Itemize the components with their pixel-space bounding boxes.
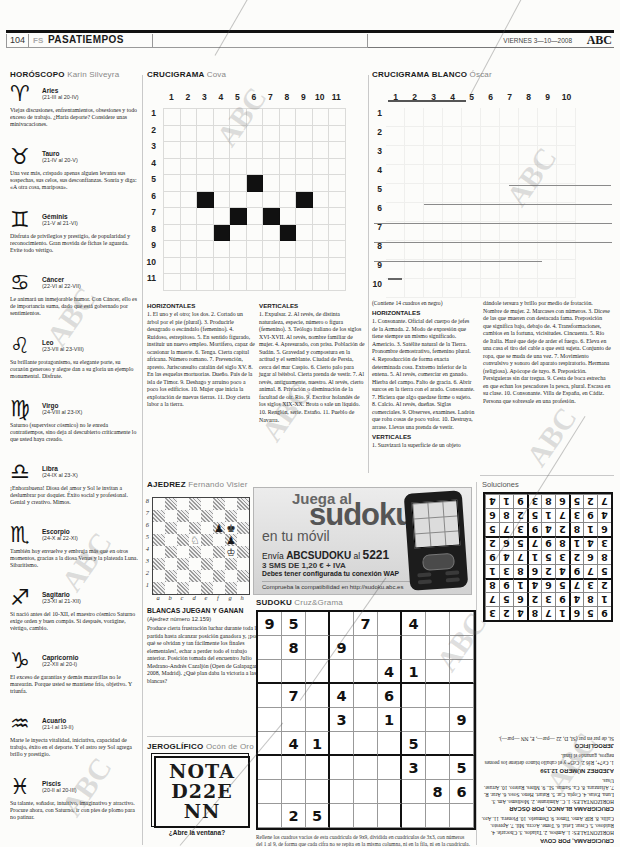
blanco-cell: [386, 203, 405, 222]
chess-file-labels: abcdefgh: [152, 594, 248, 601]
crossword-cell: [263, 258, 280, 275]
sudoku-cell: [354, 708, 378, 732]
sudoku-solution-cell-digit: 5: [499, 592, 513, 606]
verticales-label: VERTICALES: [259, 302, 365, 310]
chess-square: [237, 546, 249, 558]
cancer-icon: ♋: [10, 270, 42, 296]
blanco-cell: [538, 241, 557, 260]
blanco-cell: [443, 279, 462, 298]
sudoku-cell: [330, 732, 354, 756]
blanco-clues-right: dándole tersura y brillo por medio de fr…: [483, 300, 611, 405]
crossword-row-label: 6: [144, 191, 156, 208]
blanco-row-label: 2: [370, 127, 382, 146]
libra-icon: ♎: [10, 459, 42, 485]
crucigrama-blanco-title: CRUCIGRAMA BLANCO Óscar: [372, 70, 492, 79]
sudoku-cell: [354, 756, 378, 780]
blanco-cell: [500, 260, 519, 279]
sudoku-solution-cell-digit: 6: [541, 578, 555, 592]
sudoku-cell: [378, 636, 402, 660]
chess-caption: BLANCAS JUEGAN Y GANAN: [147, 607, 259, 614]
sudoku-cell: [258, 708, 282, 732]
blanco-cell: [557, 165, 576, 184]
sudoku-solution-cell-digit: 1: [499, 494, 513, 508]
blanco-row-label: 8: [370, 241, 382, 260]
sudoku-solution-cell-digit: 6: [513, 592, 527, 606]
capricornio-icon: ♑: [10, 648, 42, 674]
sudoku-cell: [306, 780, 330, 804]
crossword-cell: [164, 142, 181, 159]
sudoku-cell: [306, 756, 330, 780]
sudoku-solution-cell-digit: 8: [527, 606, 541, 620]
solution-heading: JEROGLÍFICO: [480, 742, 614, 750]
blanco-cell: [424, 241, 443, 260]
horoscope-entry-piscis: ♓Piscis(20-II al 20-III)Su talante, soña…: [10, 774, 140, 836]
crossword-cell: [181, 175, 198, 192]
sudoku-solution-cell-digit: 8: [597, 550, 611, 564]
sudoku-cell: [450, 636, 474, 660]
crossword-row-label: 10: [144, 257, 156, 274]
crossword-cell: [181, 192, 198, 209]
crossword-cell-black: [197, 192, 214, 209]
sudoku-solution-cell-digit: 9: [527, 522, 541, 536]
solution-entry: CRUCIGRAMA, POR COVA HORIZONTALES: 1. Am…: [480, 815, 614, 844]
crossword-cell: [247, 142, 264, 159]
page-title: PASATIEMPOS: [48, 34, 124, 45]
crossword-cell: [214, 109, 231, 126]
blanco-cell: [519, 222, 538, 241]
chess-square: [177, 534, 189, 546]
sudoku-cell: [426, 684, 450, 708]
divider: [368, 75, 369, 473]
sudoku-cell-digit: 8: [282, 636, 306, 660]
sudoku-solution-cell-digit: 4: [499, 550, 513, 564]
sudoku-cell-digit: 6: [378, 684, 402, 708]
sudoku-cell-digit: 2: [282, 804, 306, 828]
crossword-cell: [214, 241, 231, 258]
acuario-icon: ♒: [10, 711, 42, 737]
sudoku-cell-digit: 5: [402, 732, 426, 756]
crossword-cell: [296, 258, 313, 275]
crossword-col-labels: 1234567891011: [163, 92, 345, 102]
chess-square: ♘: [189, 534, 201, 546]
scan-stroke: [374, 261, 542, 262]
sudoku-cell: [378, 756, 402, 780]
blanco-cell: [386, 127, 405, 146]
sudoku-solution-cell-digit: 2: [485, 536, 499, 550]
crossword-row-label: 2: [144, 125, 156, 142]
crossword-cell: [280, 159, 297, 176]
sudoku-cell: [450, 732, 474, 756]
crossword-cell: [329, 258, 346, 275]
crossword-grid: [163, 108, 346, 291]
blanco-cell: [424, 165, 443, 184]
chess-square: [237, 522, 249, 534]
blanco-cell: [386, 165, 405, 184]
blanco-cell: [405, 146, 424, 165]
crossword-cell: [214, 274, 231, 291]
chess-square: [213, 558, 225, 570]
divider: [476, 482, 477, 845]
crossword-cell: [181, 126, 198, 143]
crossword-cell: [214, 192, 231, 209]
sudoku-cell: [426, 612, 450, 636]
crossword-cell: [247, 241, 264, 258]
sudoku-solution-cell-digit: 7: [597, 494, 611, 508]
blanco-cell: [557, 241, 576, 260]
sudoku-cell-digit: 4: [282, 732, 306, 756]
sudoku-solution-cell-digit: 3: [597, 536, 611, 550]
jeroglifico-rebus: NOTAD22ENN: [154, 756, 250, 828]
blanco-cell: [538, 279, 557, 298]
crossword-cell: [296, 208, 313, 225]
crossword-cell: [313, 258, 330, 275]
crossword-cell: [329, 208, 346, 225]
blanco-row-label: 7: [370, 222, 382, 241]
sudoku-solution-cell-digit: 5: [513, 536, 527, 550]
crossword-cell: [247, 192, 264, 209]
sudoku-cell: [450, 660, 474, 684]
solution-heading: AJEDREZ NÚMERO 12.159: [480, 766, 614, 774]
phone-screen-sudoku: [411, 499, 460, 548]
blanco-cell: [462, 203, 481, 222]
solution-heading: CRUCIGRAMA, POR COVA: [480, 836, 614, 844]
blanco-cell: [481, 260, 500, 279]
sudoku-solution-cell-digit: 9: [583, 508, 597, 522]
sudoku-solution-cell-digit: 8: [569, 522, 583, 536]
crossword-cell: [230, 258, 247, 275]
chess-square: [201, 558, 213, 570]
chess-square: [213, 570, 225, 582]
sudoku-cell: [258, 636, 282, 660]
blanco-cell: [519, 279, 538, 298]
sudoku-solution-cell-digit: 3: [513, 522, 527, 536]
chess-square: [177, 582, 189, 594]
crossword-cell: [313, 142, 330, 159]
crossword-row-label: 1: [144, 108, 156, 125]
crossword-cell: [230, 274, 247, 291]
crossword-cell: [263, 142, 280, 159]
crossword-row-labels: 1234567891011: [144, 108, 156, 290]
scan-stroke: [388, 100, 466, 102]
chess-square: [201, 498, 213, 510]
horoscope-entry-cancer: ♋Cáncer(22-VI al 22-VII)Le animará un in…: [10, 270, 140, 332]
blanco-cell: [443, 260, 462, 279]
jeroglifico-author: Ocón de Oro: [206, 742, 254, 751]
sudoku-solution-cell-digit: 7: [583, 564, 597, 578]
sudoku-cell: [258, 780, 282, 804]
header-separator: [28, 34, 29, 47]
horoscope-entry-virgo: ♍Virgo(24-VIII al 23-IX)Saturno (supervi…: [10, 396, 140, 458]
blanco-cell: [500, 146, 519, 165]
chess-square: [225, 510, 237, 522]
blanco-row-label: 4: [370, 165, 382, 184]
crossword-cell: [329, 109, 346, 126]
chess-square: [201, 522, 213, 534]
sudoku-solution-cell-digit: 1: [569, 536, 583, 550]
blanco-cell: [538, 260, 557, 279]
sudoku-cell: [258, 660, 282, 684]
blanco-cell: [443, 165, 462, 184]
sudoku-author: Cruz&Grama: [294, 598, 343, 607]
blanco-col-label: 10: [557, 92, 576, 102]
sudoku-solution-cell-digit: 2: [513, 508, 527, 522]
crossword-cell-black: [263, 208, 280, 225]
crossword-cell: [197, 225, 214, 242]
crossword-cell: [296, 159, 313, 176]
blanco-cell: [462, 222, 481, 241]
crossword-cell: [230, 159, 247, 176]
piscis-icon: ♓: [10, 774, 42, 800]
crossword-cell: [230, 192, 247, 209]
black-pawn-icon: ♟: [214, 522, 223, 534]
crossword-cell: [296, 175, 313, 192]
chess-file-label: g: [224, 594, 236, 601]
rebus-line: D22E: [171, 782, 232, 802]
crossword-col-label: 3: [196, 92, 213, 102]
horoscope-entry-geminis: ♊Géminis(21-V al 21-VI)Disfruta de privi…: [10, 207, 140, 269]
blanco-grid: [386, 108, 576, 298]
sudoku-cell-digit: 7: [282, 684, 306, 708]
blanco-cell: [481, 165, 500, 184]
crossword-cell: [164, 241, 181, 258]
sudoku-solution-cell-digit: 8: [485, 578, 499, 592]
sudoku-cell: [306, 660, 330, 684]
sudoku-cell: [354, 684, 378, 708]
sudoku-solution-cell-digit: 9: [541, 536, 555, 550]
date-label: VIERNES 3—10—2008: [503, 37, 572, 44]
sudoku-cell-digit: 1: [378, 708, 402, 732]
chess-square: [165, 570, 177, 582]
chess-rank-label: 4: [143, 545, 149, 557]
crossword-cell: [214, 208, 231, 225]
solution-body: Sí, de par en par (SI, D, 22 —par—, E, N…: [499, 736, 614, 742]
blanco-cell: [386, 108, 405, 127]
crossword-cell: [164, 192, 181, 209]
chess-square: [189, 498, 201, 510]
blanco-cell: [481, 203, 500, 222]
blanco-cell: [424, 127, 443, 146]
crossword-cell: [230, 175, 247, 192]
crossword-cell: [181, 142, 198, 159]
blanco-cell: [500, 127, 519, 146]
chess-square: [177, 510, 189, 522]
crossword-cell-black: [247, 175, 264, 192]
sudoku-cell: [402, 636, 426, 660]
blanco-cell: [424, 203, 443, 222]
crossword-cell: [296, 126, 313, 143]
scan-stroke: [388, 278, 402, 280]
chess-square: [201, 510, 213, 522]
jeroglifico-box: NOTAD22ENN: [151, 753, 249, 827]
blanco-horizontales-label: HORIZONTALES: [372, 309, 476, 317]
blanco-cell: [424, 108, 443, 127]
crossword-cell: [280, 142, 297, 159]
sudoku-cell: [426, 804, 450, 828]
crossword-cell: [280, 192, 297, 209]
sudoku-cell-digit: 5: [282, 612, 306, 636]
crossword-cell: [329, 159, 346, 176]
sudoku-cell-digit: 9: [258, 612, 282, 636]
crossword-cell: [164, 274, 181, 291]
blanco-cell: [405, 165, 424, 184]
blanco-cell: [557, 222, 576, 241]
blanco-cell: [405, 222, 424, 241]
white-king-icon: ♔: [226, 546, 235, 558]
crossword-cell: [280, 126, 297, 143]
jeroglifico-title: JEROGLÍFICO Ocón de Oro: [147, 742, 254, 751]
blanco-cell: [538, 127, 557, 146]
chess-square: [237, 582, 249, 594]
white-knight-icon: ♘: [190, 534, 199, 546]
chess-problem-number: (Ajedrez número 12.159): [147, 616, 259, 622]
crossword-cell: [247, 274, 264, 291]
crossword-cell-black: [214, 225, 231, 242]
crossword-col-label: 10: [312, 92, 329, 102]
blanco-cell: [462, 127, 481, 146]
sudoku-solution-cell-digit: 2: [583, 494, 597, 508]
blanco-cell: [500, 241, 519, 260]
sudoku-solution-cell-digit: 2: [499, 606, 513, 620]
crossword-col-label: 9: [295, 92, 312, 102]
divider: [480, 475, 614, 476]
blanco-cell: [500, 222, 519, 241]
virgo-icon: ♍: [10, 396, 42, 422]
blanco-cell: [481, 241, 500, 260]
blanco-cell: [386, 222, 405, 241]
sudoku-solution-cell-digit: 5: [583, 606, 597, 620]
sudoku-solution-cell-digit: 4: [513, 606, 527, 620]
sudoku-solution-cell-digit: 3: [569, 508, 583, 522]
blanco-cell: [443, 203, 462, 222]
chess-square: [225, 498, 237, 510]
sign-forecast: El exceso de garantías y demás maravilla…: [10, 674, 140, 696]
blanco-row-labels: 12345678910: [370, 108, 382, 298]
crossword-cell: [164, 175, 181, 192]
crossword-row-label: 9: [144, 240, 156, 257]
sudoku-solution-cell-digit: 1: [555, 606, 569, 620]
sudoku-solution-cell-digit: 5: [569, 494, 583, 508]
chess-rank-label: 8: [143, 497, 149, 509]
chess-square: [213, 534, 225, 546]
chess-square: [189, 522, 201, 534]
sign-forecast: Viejas discusiones, enfrentamientos, obs…: [10, 107, 140, 129]
sudoku-cell: [378, 804, 402, 828]
sudoku-solution-cell-digit: 2: [569, 550, 583, 564]
blanco-cell: [424, 184, 443, 203]
blanco-row-label: 1: [370, 108, 382, 127]
ad-wap: Debes tener configurada tu conexión WAP: [262, 570, 399, 577]
escorpio-icon: ♏: [10, 522, 42, 548]
sudoku-solution-cell-digit: 5: [555, 578, 569, 592]
sign-forecast: También hoy envuelve y embruja más que e…: [10, 548, 140, 570]
horoscope-entry-sagitario: ♐Sagitario(23-XI al 21-XII)Si nació ante…: [10, 585, 140, 647]
blanco-cell: [481, 127, 500, 146]
phone-key: [418, 579, 432, 584]
crossword-cell: [197, 241, 214, 258]
blanco-cell: [557, 203, 576, 222]
sudoku-solution-cell-digit: 3: [583, 578, 597, 592]
ad-movil: en tu móvil: [262, 528, 330, 544]
sudoku-solution-cell-digit: 7: [555, 508, 569, 522]
sudoku-cell: [306, 684, 330, 708]
sudoku-cell: [330, 756, 354, 780]
blanco-cell: [386, 241, 405, 260]
blanco-cell: [424, 222, 443, 241]
sudoku-cell: [306, 612, 330, 636]
sudoku-cell-digit: 1: [306, 732, 330, 756]
sudoku-solution-cell-digit: 6: [597, 522, 611, 536]
sudoku-solution-cell-digit: 6: [499, 536, 513, 550]
blanco-cell: [443, 146, 462, 165]
crossword-row-label: 11: [144, 273, 156, 290]
newspaper-page: 104 FS PASATIEMPOS VIERNES 3—10—2008 ABC…: [0, 0, 620, 847]
sudoku-solution-cell-digit: 9: [499, 578, 513, 592]
chess-file-label: c: [176, 594, 188, 601]
crossword-cell: [181, 109, 198, 126]
sudoku-solution-cell-digit: 5: [485, 522, 499, 536]
sudoku-cell: [330, 780, 354, 804]
sudoku-solution-cell-digit: 7: [527, 536, 541, 550]
crossword-cell: [296, 274, 313, 291]
sudoku-cell: [426, 708, 450, 732]
chess-square: [153, 510, 165, 522]
chess-rank-label: 6: [143, 521, 149, 533]
chess-square: [201, 534, 213, 546]
blanco-cell: [519, 260, 538, 279]
crossword-cell: [214, 175, 231, 192]
blanco-cell: [443, 127, 462, 146]
sudoku-solution-cell-digit: 8: [541, 494, 555, 508]
blanco-cell: [557, 127, 576, 146]
crossword-cell: [280, 241, 297, 258]
chess-square: [153, 522, 165, 534]
chess-file-label: h: [236, 594, 248, 601]
section-code: FS: [33, 36, 43, 45]
sudoku-cell: [450, 684, 474, 708]
chess-square: ♟: [213, 522, 225, 534]
sudoku-cell: [450, 612, 474, 636]
chess-square: [165, 558, 177, 570]
solution-body: HORIZONTALES: 1. Ambos. 2. Talados. 3. C…: [482, 816, 614, 836]
sudoku-solution-cell-digit: 1: [597, 592, 611, 606]
chess-square: [225, 582, 237, 594]
crossword-cell-black: [296, 192, 313, 209]
sudoku-cell: [354, 732, 378, 756]
page-number: 104: [10, 35, 25, 45]
sudoku-mobile-ad: Juega al sudoku en tu móvil Envía ABCSUD…: [253, 487, 472, 595]
chess-square: [237, 498, 249, 510]
crossword-cell: [197, 175, 214, 192]
aries-icon: ♈: [10, 81, 42, 107]
sign-forecast: Su talante, soñador, intuitivo, imaginat…: [10, 800, 140, 822]
crossword-cell: [329, 142, 346, 159]
ad-price: 3 SMS DE 1,20 € + IVA: [262, 561, 346, 570]
blanco-cell: [481, 108, 500, 127]
crossword-cell: [247, 258, 264, 275]
sudoku-cell-digit: 7: [354, 612, 378, 636]
blanco-col-label: 8: [519, 92, 538, 102]
chess-square: [189, 546, 201, 558]
sudoku-solution-cell-digit: 2: [527, 592, 541, 606]
soluciones-text-rotated: CRUCIGRAMA, POR COVA HORIZONTALES: 1. Am…: [480, 648, 614, 844]
crossword-cell: [313, 109, 330, 126]
blanco-clues-left: (Contiene 14 cuadros en negro) HORIZONTA…: [372, 300, 476, 450]
blanco-cell: [386, 279, 405, 298]
chess-square: [165, 498, 177, 510]
blanco-cell: [519, 203, 538, 222]
blanco-cell: [519, 241, 538, 260]
crossword-cell: [247, 225, 264, 242]
